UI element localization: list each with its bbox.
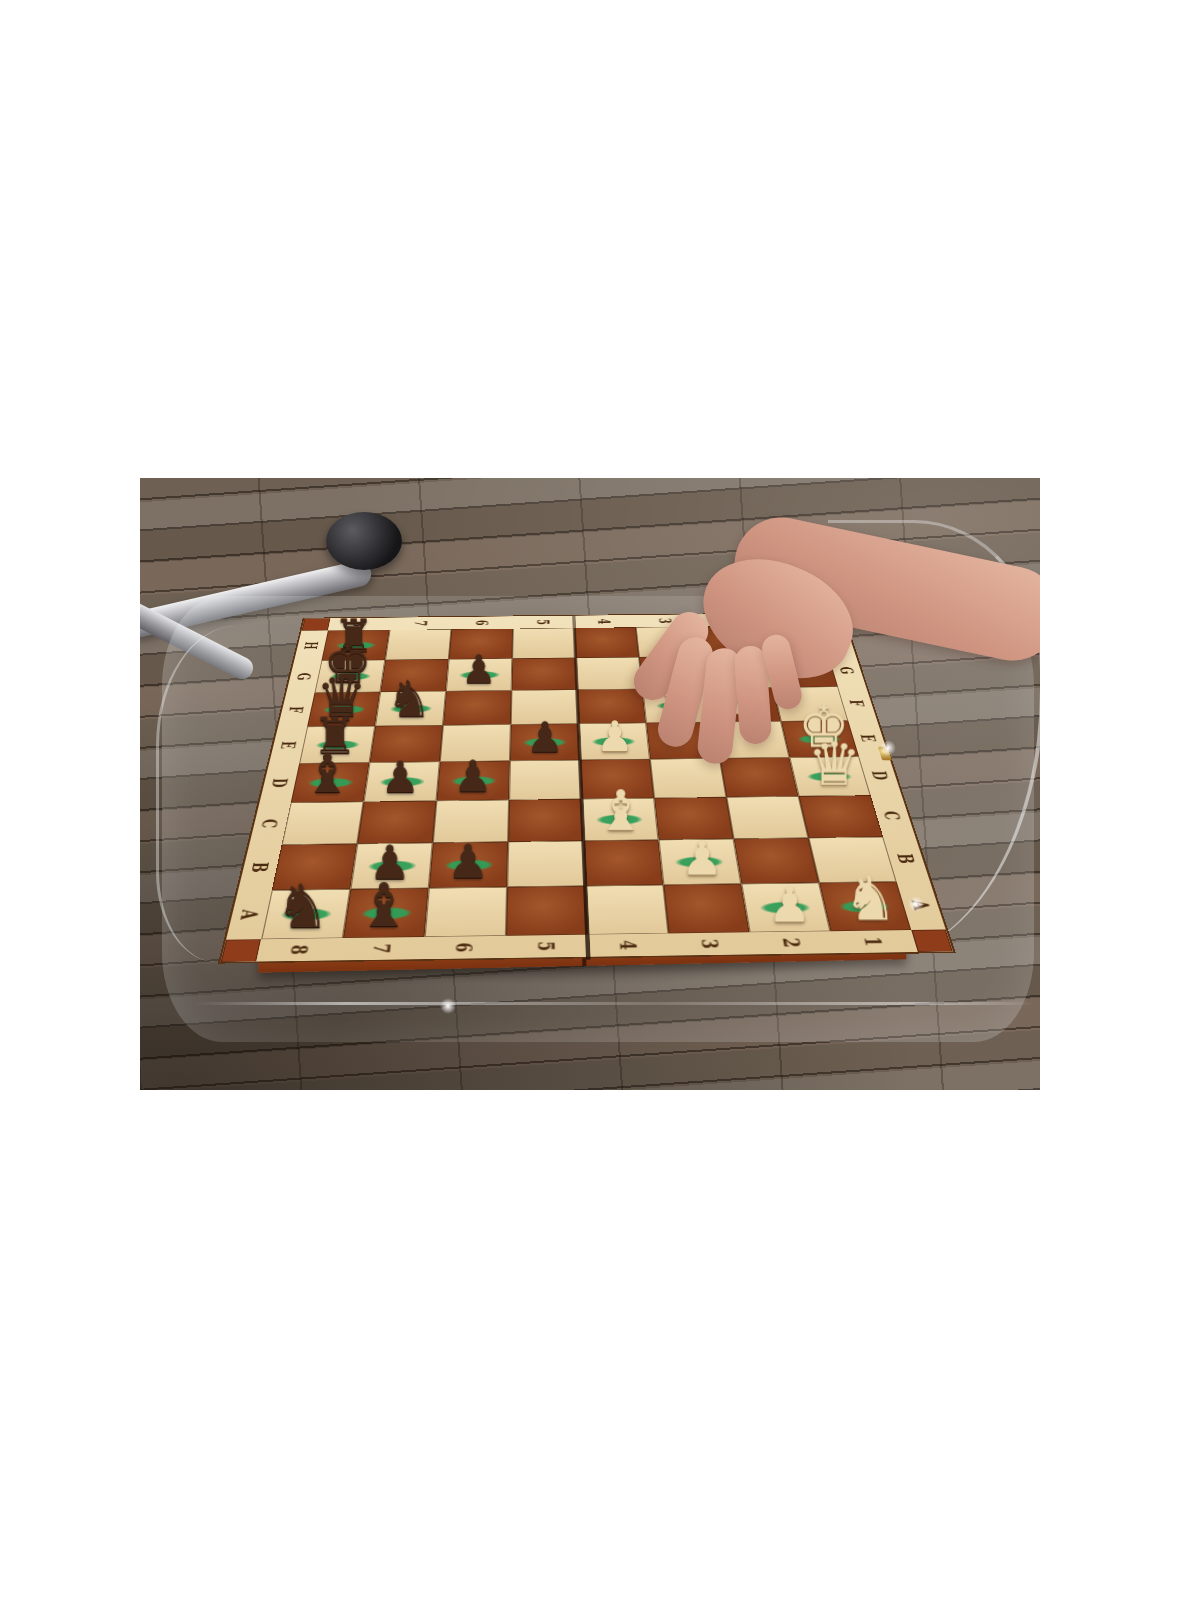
- square-b4: [583, 840, 663, 886]
- square-a6: [425, 887, 508, 937]
- rank-label: 7: [340, 937, 425, 960]
- piece-black-pawn-b6: ♟: [447, 839, 489, 886]
- square-e4: ♟: [578, 723, 649, 760]
- square-g5: [512, 658, 577, 691]
- board-area: 87654321 87654321 HGFEDCBA HGFEDCBA ♜♟♚♟…: [140, 478, 1040, 1090]
- square-h1: ♟: [758, 625, 828, 655]
- square-e3: [646, 722, 720, 759]
- rank-label: 5: [513, 616, 574, 629]
- square-b3: ♟: [659, 839, 742, 885]
- square-d7: ♟: [364, 762, 440, 802]
- square-e5: ♟: [510, 724, 580, 761]
- square-g4: [576, 657, 643, 690]
- square-f6: [443, 690, 512, 725]
- piece-white-bishop-c4: ♝: [596, 783, 646, 839]
- piece-black-pawn-d6: ♟: [453, 755, 492, 798]
- square-b5: [507, 841, 585, 887]
- piece-white-pawn-e4: ♟: [596, 716, 634, 758]
- square-d5: [509, 760, 582, 800]
- square-h7: [385, 629, 451, 660]
- square-g6: ♟: [446, 659, 512, 692]
- piece-white-queen-d1: ♛: [807, 734, 861, 794]
- rank-label: 7: [390, 617, 453, 630]
- glass-sparkle-icon: [908, 896, 924, 912]
- square-e2: [714, 721, 790, 758]
- piece-white-pawn-f2: ♟: [729, 680, 765, 720]
- square-h4: [574, 627, 639, 658]
- square-b6: ♟: [429, 842, 508, 888]
- piece-white-pawn-b3: ♟: [681, 836, 723, 883]
- square-g1: [765, 655, 838, 687]
- piece-black-knight-f7: ♞: [387, 674, 432, 724]
- glass-front-edge: [195, 1002, 1035, 1005]
- rank-label: 4: [587, 934, 671, 957]
- piece-black-pawn-g6: ♟: [461, 650, 496, 689]
- piece-black-knight-a8: ♞: [275, 876, 329, 936]
- rank-label: 3: [669, 932, 754, 955]
- rank-label: 6: [451, 616, 513, 629]
- square-d8: ♝: [291, 763, 370, 803]
- square-a1: ♞: [819, 882, 911, 932]
- glass-sparkle-icon: [440, 998, 456, 1014]
- rank-label: 3: [635, 614, 698, 627]
- rank-label: 1: [830, 930, 917, 953]
- square-d6: ♟: [436, 761, 510, 801]
- glass-sparkle-icon: [880, 740, 896, 756]
- square-f2: ♟: [708, 687, 781, 722]
- square-d1: ♛: [789, 757, 870, 797]
- square-d2: [720, 757, 799, 797]
- square-f3: ♞: [642, 688, 713, 723]
- file-label: H: [820, 625, 856, 655]
- square-c2: [726, 796, 808, 839]
- square-a8: ♞: [261, 889, 350, 939]
- square-c1: [799, 795, 884, 838]
- chess-board: 87654321 87654321 HGFEDCBA HGFEDCBA ♜♟♚♟…: [218, 612, 956, 964]
- rank-label: 8: [256, 938, 343, 961]
- square-a2: ♟: [741, 883, 830, 933]
- product-photo: 87654321 87654321 HGFEDCBA HGFEDCBA ♜♟♚♟…: [140, 478, 1040, 1090]
- frame-corner: [911, 930, 953, 952]
- piece-white-knight-a1: ♞: [843, 868, 897, 928]
- square-h5: [512, 628, 575, 659]
- play-area: ♜♟♚♟♟♛♞♞♟♜♟♟♚♝♟♟♛♝♟♟♟♞♝♟♞: [261, 625, 911, 939]
- piece-black-bishop-d8: ♝: [303, 746, 351, 800]
- frame-corner: [816, 613, 846, 625]
- square-c8: [282, 802, 364, 845]
- square-d3: [650, 758, 726, 798]
- page-background: 87654321 87654321 HGFEDCBA HGFEDCBA ♜♟♚♟…: [0, 0, 1200, 1600]
- rank-label: 6: [423, 936, 506, 959]
- square-c5: [508, 799, 583, 842]
- frame-corner: [301, 618, 330, 631]
- square-a5: [506, 886, 587, 936]
- piece-black-pawn-e5: ♟: [526, 717, 564, 759]
- square-a4: [585, 885, 668, 935]
- rank-label: 2: [750, 931, 836, 954]
- square-h3: [636, 627, 702, 658]
- rank-label: 4: [574, 615, 636, 628]
- piece-black-bishop-a7: ♝: [357, 875, 411, 935]
- square-c4: ♝: [582, 798, 659, 841]
- rank-label: 5: [506, 935, 589, 958]
- square-f7: ♞: [375, 691, 446, 726]
- square-a3: [663, 884, 749, 934]
- rank-label: 2: [695, 614, 758, 627]
- piece-white-pawn-a2: ♟: [768, 881, 812, 930]
- frame-corner: [221, 939, 262, 962]
- piece-white-knight-f3: ♞: [656, 664, 701, 714]
- square-a7: ♝: [343, 888, 429, 938]
- piece-black-pawn-d7: ♟: [381, 756, 420, 800]
